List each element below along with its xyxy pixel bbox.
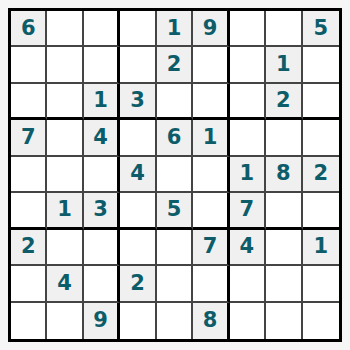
cell-r4c1-given[interactable]: 7 xyxy=(11,120,47,156)
cell-r8c9-empty[interactable] xyxy=(303,266,339,302)
cell-r6c7-given[interactable]: 7 xyxy=(230,193,266,229)
cell-r5c5-empty[interactable] xyxy=(157,157,193,193)
cell-r6c5-given[interactable]: 5 xyxy=(157,193,193,229)
cell-r4c9-empty[interactable] xyxy=(303,120,339,156)
cell-r9c9-empty[interactable] xyxy=(303,303,339,339)
cell-r2c4-empty[interactable] xyxy=(120,47,156,83)
cell-r3c9-empty[interactable] xyxy=(303,84,339,120)
cell-r2c2-empty[interactable] xyxy=(47,47,83,83)
cell-r9c1-empty[interactable] xyxy=(11,303,47,339)
cell-r8c2-given[interactable]: 4 xyxy=(47,266,83,302)
cell-r1c8-empty[interactable] xyxy=(266,11,302,47)
cell-r8c1-empty[interactable] xyxy=(11,266,47,302)
cell-r8c8-empty[interactable] xyxy=(266,266,302,302)
cell-r2c8-given[interactable]: 1 xyxy=(266,47,302,83)
cell-r5c9-given[interactable]: 2 xyxy=(303,157,339,193)
cell-r3c1-empty[interactable] xyxy=(11,84,47,120)
cell-r5c6-empty[interactable] xyxy=(193,157,229,193)
cell-r3c4-given[interactable]: 3 xyxy=(120,84,156,120)
cell-r3c5-empty[interactable] xyxy=(157,84,193,120)
cell-r9c6-given[interactable]: 8 xyxy=(193,303,229,339)
cell-r7c8-empty[interactable] xyxy=(266,230,302,266)
cell-r5c3-empty[interactable] xyxy=(84,157,120,193)
cell-r2c6-empty[interactable] xyxy=(193,47,229,83)
cell-r5c7-given[interactable]: 1 xyxy=(230,157,266,193)
cell-r7c6-given[interactable]: 7 xyxy=(193,230,229,266)
cell-r4c4-empty[interactable] xyxy=(120,120,156,156)
cell-r4c2-empty[interactable] xyxy=(47,120,83,156)
cell-r6c3-given[interactable]: 3 xyxy=(84,193,120,229)
cell-r7c7-given[interactable]: 4 xyxy=(230,230,266,266)
cell-r3c6-empty[interactable] xyxy=(193,84,229,120)
cell-r7c1-given[interactable]: 2 xyxy=(11,230,47,266)
cell-r9c3-given[interactable]: 9 xyxy=(84,303,120,339)
cell-r4c7-empty[interactable] xyxy=(230,120,266,156)
cell-r2c5-given[interactable]: 2 xyxy=(157,47,193,83)
cell-r5c4-given[interactable]: 4 xyxy=(120,157,156,193)
sudoku-board: 61952113274614182135727414298 xyxy=(8,8,342,342)
cell-r2c1-empty[interactable] xyxy=(11,47,47,83)
cell-r5c8-given[interactable]: 8 xyxy=(266,157,302,193)
cell-r1c1-given[interactable]: 6 xyxy=(11,11,47,47)
cell-r4c8-empty[interactable] xyxy=(266,120,302,156)
cell-r1c6-given[interactable]: 9 xyxy=(193,11,229,47)
cell-r8c7-empty[interactable] xyxy=(230,266,266,302)
cell-r7c9-given[interactable]: 1 xyxy=(303,230,339,266)
cell-r7c3-empty[interactable] xyxy=(84,230,120,266)
cell-r1c9-given[interactable]: 5 xyxy=(303,11,339,47)
cell-r9c4-empty[interactable] xyxy=(120,303,156,339)
cell-r2c9-empty[interactable] xyxy=(303,47,339,83)
cell-r3c7-empty[interactable] xyxy=(230,84,266,120)
cell-r6c2-given[interactable]: 1 xyxy=(47,193,83,229)
cell-r6c6-empty[interactable] xyxy=(193,193,229,229)
cell-r7c2-empty[interactable] xyxy=(47,230,83,266)
cell-r9c2-empty[interactable] xyxy=(47,303,83,339)
cell-r9c5-empty[interactable] xyxy=(157,303,193,339)
cell-r7c4-empty[interactable] xyxy=(120,230,156,266)
cell-r2c7-empty[interactable] xyxy=(230,47,266,83)
cell-r4c3-given[interactable]: 4 xyxy=(84,120,120,156)
cell-r1c3-empty[interactable] xyxy=(84,11,120,47)
cell-r3c3-given[interactable]: 1 xyxy=(84,84,120,120)
cell-r4c6-given[interactable]: 1 xyxy=(193,120,229,156)
cell-r3c2-empty[interactable] xyxy=(47,84,83,120)
cell-r5c1-empty[interactable] xyxy=(11,157,47,193)
cell-r9c8-empty[interactable] xyxy=(266,303,302,339)
cell-r6c4-empty[interactable] xyxy=(120,193,156,229)
cell-r6c8-empty[interactable] xyxy=(266,193,302,229)
cell-r7c5-empty[interactable] xyxy=(157,230,193,266)
cell-r5c2-empty[interactable] xyxy=(47,157,83,193)
cell-r4c5-given[interactable]: 6 xyxy=(157,120,193,156)
cell-r8c4-given[interactable]: 2 xyxy=(120,266,156,302)
cell-r8c5-empty[interactable] xyxy=(157,266,193,302)
cell-r3c8-given[interactable]: 2 xyxy=(266,84,302,120)
cell-r6c1-empty[interactable] xyxy=(11,193,47,229)
cell-r8c3-empty[interactable] xyxy=(84,266,120,302)
cell-r1c4-empty[interactable] xyxy=(120,11,156,47)
cell-r8c6-empty[interactable] xyxy=(193,266,229,302)
cell-r1c2-empty[interactable] xyxy=(47,11,83,47)
sudoku-grid: 61952113274614182135727414298 xyxy=(11,11,339,339)
cell-r9c7-empty[interactable] xyxy=(230,303,266,339)
cell-r1c7-empty[interactable] xyxy=(230,11,266,47)
cell-r1c5-given[interactable]: 1 xyxy=(157,11,193,47)
cell-r2c3-empty[interactable] xyxy=(84,47,120,83)
cell-r6c9-empty[interactable] xyxy=(303,193,339,229)
